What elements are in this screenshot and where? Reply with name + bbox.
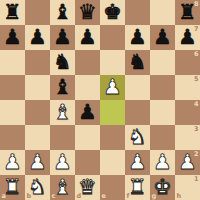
square-h3[interactable]: 3 <box>175 125 200 150</box>
rank-label-7: 7 <box>194 26 199 33</box>
square-e1[interactable]: e <box>100 175 125 200</box>
piece-white-pawn[interactable]: ♟ <box>53 152 72 173</box>
piece-white-pawn[interactable]: ♟ <box>128 152 147 173</box>
square-f8[interactable] <box>125 0 150 25</box>
square-h6[interactable]: 6 <box>175 50 200 75</box>
square-a4[interactable] <box>0 100 25 125</box>
square-c1[interactable]: ♝c <box>50 175 75 200</box>
rank-label-1: 1 <box>194 176 199 183</box>
square-a2[interactable]: ♟ <box>0 150 25 175</box>
square-e4[interactable] <box>100 100 125 125</box>
square-h8[interactable]: ♜8 <box>175 0 200 25</box>
piece-black-knight[interactable]: ♞ <box>53 52 72 73</box>
file-label-g: g <box>152 193 157 200</box>
square-c6[interactable]: ♞ <box>50 50 75 75</box>
square-a8[interactable]: ♜ <box>0 0 25 25</box>
piece-white-bishop[interactable]: ♝ <box>53 177 72 198</box>
square-b2[interactable]: ♟ <box>25 150 50 175</box>
square-c5[interactable]: ♝ <box>50 75 75 100</box>
piece-white-pawn[interactable]: ♟ <box>3 152 22 173</box>
square-d7[interactable]: ♟ <box>75 25 100 50</box>
square-b5[interactable] <box>25 75 50 100</box>
piece-black-queen[interactable]: ♛ <box>78 2 97 23</box>
file-label-c: c <box>52 193 56 200</box>
square-d3[interactable] <box>75 125 100 150</box>
chess-board: ♜♝♛♚♜8♟♟♟♟♟♟♟7♞♞6♝♟5♝♟4♞3♟♟♟♟♟♟2♜a♞b♝c♛d… <box>0 0 200 200</box>
square-d8[interactable]: ♛ <box>75 0 100 25</box>
piece-black-pawn[interactable]: ♟ <box>128 27 147 48</box>
square-b3[interactable] <box>25 125 50 150</box>
square-f4[interactable] <box>125 100 150 125</box>
square-g2[interactable]: ♟ <box>150 150 175 175</box>
square-a6[interactable] <box>0 50 25 75</box>
square-g8[interactable] <box>150 0 175 25</box>
piece-black-pawn[interactable]: ♟ <box>3 27 22 48</box>
piece-black-pawn[interactable]: ♟ <box>78 102 97 123</box>
square-f3[interactable]: ♞ <box>125 125 150 150</box>
piece-white-pawn[interactable]: ♟ <box>103 77 122 98</box>
piece-black-knight[interactable]: ♞ <box>128 52 147 73</box>
piece-black-bishop[interactable]: ♝ <box>53 77 72 98</box>
square-c7[interactable]: ♟ <box>50 25 75 50</box>
piece-white-rook[interactable]: ♜ <box>3 177 22 198</box>
square-f6[interactable]: ♞ <box>125 50 150 75</box>
square-f1[interactable]: ♜f <box>125 175 150 200</box>
file-label-b: b <box>27 193 32 200</box>
file-label-f: f <box>127 193 130 200</box>
square-a1[interactable]: ♜a <box>0 175 25 200</box>
square-f5[interactable] <box>125 75 150 100</box>
square-h7[interactable]: ♟7 <box>175 25 200 50</box>
square-d4[interactable]: ♟ <box>75 100 100 125</box>
square-b6[interactable] <box>25 50 50 75</box>
square-g1[interactable]: ♚g <box>150 175 175 200</box>
square-g4[interactable] <box>150 100 175 125</box>
square-d6[interactable] <box>75 50 100 75</box>
square-d2[interactable] <box>75 150 100 175</box>
square-e8[interactable]: ♚ <box>100 0 125 25</box>
piece-black-king[interactable]: ♚ <box>103 2 122 23</box>
piece-black-pawn[interactable]: ♟ <box>53 27 72 48</box>
piece-white-bishop[interactable]: ♝ <box>53 102 72 123</box>
file-label-e: e <box>102 193 106 200</box>
square-e6[interactable] <box>100 50 125 75</box>
square-h5[interactable]: 5 <box>175 75 200 100</box>
piece-black-rook[interactable]: ♜ <box>3 2 22 23</box>
rank-label-6: 6 <box>194 51 199 58</box>
file-label-h: h <box>177 193 182 200</box>
square-g6[interactable] <box>150 50 175 75</box>
square-a5[interactable] <box>0 75 25 100</box>
square-d1[interactable]: ♛d <box>75 175 100 200</box>
square-h2[interactable]: ♟2 <box>175 150 200 175</box>
square-g5[interactable] <box>150 75 175 100</box>
square-f7[interactable]: ♟ <box>125 25 150 50</box>
square-c8[interactable]: ♝ <box>50 0 75 25</box>
square-e3[interactable] <box>100 125 125 150</box>
file-label-d: d <box>77 193 82 200</box>
square-c3[interactable] <box>50 125 75 150</box>
square-c2[interactable]: ♟ <box>50 150 75 175</box>
square-e7[interactable] <box>100 25 125 50</box>
rank-label-5: 5 <box>194 76 199 83</box>
square-h1[interactable]: 1h <box>175 175 200 200</box>
square-b7[interactable]: ♟ <box>25 25 50 50</box>
square-b8[interactable] <box>25 0 50 25</box>
square-e5[interactable]: ♟ <box>100 75 125 100</box>
rank-label-8: 8 <box>194 1 199 8</box>
piece-white-knight[interactable]: ♞ <box>128 127 147 148</box>
rank-label-2: 2 <box>194 151 199 158</box>
square-g3[interactable] <box>150 125 175 150</box>
piece-white-pawn[interactable]: ♟ <box>28 152 47 173</box>
square-g7[interactable]: ♟ <box>150 25 175 50</box>
piece-black-pawn[interactable]: ♟ <box>153 27 172 48</box>
square-a3[interactable] <box>0 125 25 150</box>
square-d5[interactable] <box>75 75 100 100</box>
piece-black-bishop[interactable]: ♝ <box>53 2 72 23</box>
piece-black-pawn[interactable]: ♟ <box>78 27 97 48</box>
square-e2[interactable] <box>100 150 125 175</box>
piece-white-pawn[interactable]: ♟ <box>153 152 172 173</box>
square-b1[interactable]: ♞b <box>25 175 50 200</box>
square-f2[interactable]: ♟ <box>125 150 150 175</box>
square-h4[interactable]: 4 <box>175 100 200 125</box>
square-b4[interactable] <box>25 100 50 125</box>
square-a7[interactable]: ♟ <box>0 25 25 50</box>
rank-label-3: 3 <box>194 126 199 133</box>
file-label-a: a <box>2 193 6 200</box>
rank-label-4: 4 <box>194 101 199 108</box>
piece-black-pawn[interactable]: ♟ <box>28 27 47 48</box>
square-c4[interactable]: ♝ <box>50 100 75 125</box>
piece-white-rook[interactable]: ♜ <box>128 177 147 198</box>
